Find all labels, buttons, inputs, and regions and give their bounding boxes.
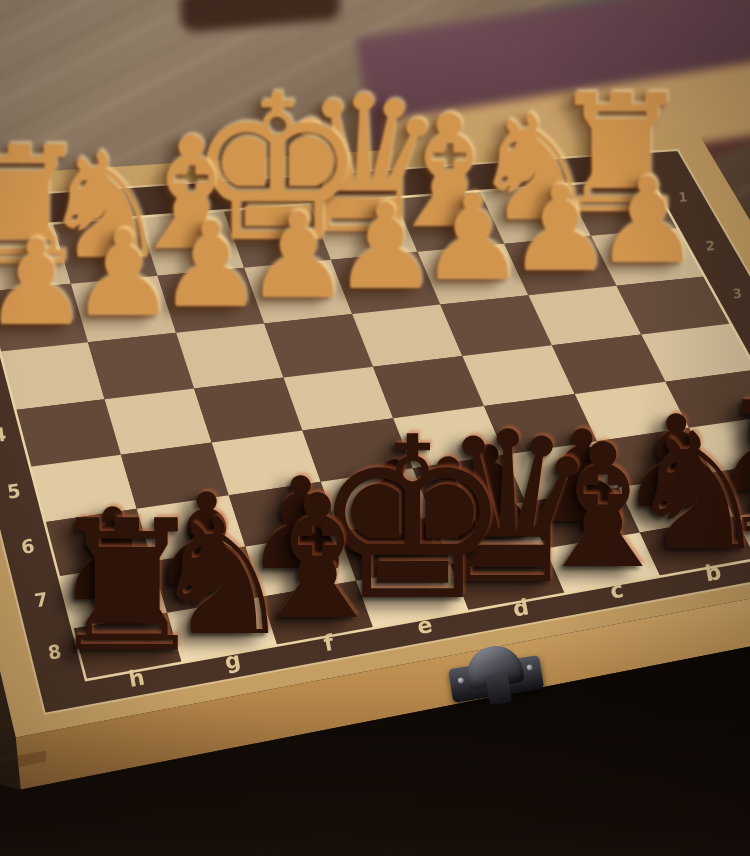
white-pawn-h2[interactable]: ♟	[0, 224, 89, 342]
rank-label-right-2: 2	[705, 238, 715, 254]
square-h4[interactable]	[15, 399, 121, 467]
square-h3[interactable]	[0, 342, 105, 410]
rank-label-right-3: 3	[732, 285, 743, 301]
black-rook-h8[interactable]: ♜	[46, 496, 208, 677]
latch-tongue	[485, 672, 511, 705]
chess-photo-scene: hgfedcb45678123 ♜♞♝♛♚♝♞♜♟♟♟♟♟♟♟♟♟♟♟♟♟♟♟♟…	[0, 0, 750, 856]
